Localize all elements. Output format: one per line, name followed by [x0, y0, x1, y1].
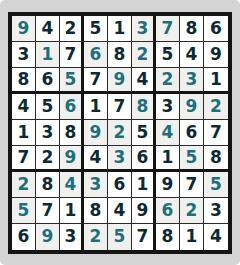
cell-r2c4[interactable]: 6	[84, 42, 108, 68]
cell-r9c7[interactable]: 8	[156, 224, 180, 250]
cell-r2c6[interactable]: 2	[132, 42, 156, 68]
cell-r6c6[interactable]: 6	[132, 146, 156, 172]
cell-r2c3[interactable]: 7	[60, 42, 84, 68]
cell-r3c8[interactable]: 3	[180, 68, 204, 94]
cell-r6c3[interactable]: 9	[60, 146, 84, 172]
cell-r4c3[interactable]: 6	[60, 94, 84, 120]
cell-r3c9[interactable]: 1	[204, 68, 228, 94]
cell-r5c5[interactable]: 2	[108, 120, 132, 146]
cell-r6c9[interactable]: 8	[204, 146, 228, 172]
cell-r9c8[interactable]: 1	[180, 224, 204, 250]
cell-r3c2[interactable]: 6	[36, 68, 60, 94]
cell-r5c8[interactable]: 6	[180, 120, 204, 146]
cell-r3c7[interactable]: 2	[156, 68, 180, 94]
cell-r7c2[interactable]: 8	[36, 172, 60, 198]
cell-r4c8[interactable]: 9	[180, 94, 204, 120]
cell-r8c3[interactable]: 1	[60, 198, 84, 224]
cell-r8c2[interactable]: 7	[36, 198, 60, 224]
cell-r7c5[interactable]: 6	[108, 172, 132, 198]
cell-r8c1[interactable]: 5	[12, 198, 36, 224]
cell-r3c1[interactable]: 8	[12, 68, 36, 94]
cell-r6c5[interactable]: 3	[108, 146, 132, 172]
board-panel: 9425137863176825498657942314561783921389…	[0, 0, 240, 265]
cell-r9c2[interactable]: 9	[36, 224, 60, 250]
sudoku-board: 9425137863176825498657942314561783921389…	[8, 12, 232, 254]
cell-r5c4[interactable]: 9	[84, 120, 108, 146]
cell-r1c5[interactable]: 1	[108, 16, 132, 42]
cell-r5c2[interactable]: 3	[36, 120, 60, 146]
cell-r4c2[interactable]: 5	[36, 94, 60, 120]
cell-r2c5[interactable]: 8	[108, 42, 132, 68]
cell-r8c5[interactable]: 4	[108, 198, 132, 224]
cell-r4c6[interactable]: 8	[132, 94, 156, 120]
cell-r5c7[interactable]: 4	[156, 120, 180, 146]
cell-r2c2[interactable]: 1	[36, 42, 60, 68]
cell-r5c9[interactable]: 7	[204, 120, 228, 146]
cell-r4c1[interactable]: 4	[12, 94, 36, 120]
cell-r7c7[interactable]: 9	[156, 172, 180, 198]
cell-r4c9[interactable]: 2	[204, 94, 228, 120]
cell-r7c1[interactable]: 2	[12, 172, 36, 198]
cell-r8c7[interactable]: 6	[156, 198, 180, 224]
cell-r3c5[interactable]: 9	[108, 68, 132, 94]
cell-r6c7[interactable]: 1	[156, 146, 180, 172]
cell-r1c6[interactable]: 3	[132, 16, 156, 42]
cell-r8c9[interactable]: 3	[204, 198, 228, 224]
cell-r6c2[interactable]: 2	[36, 146, 60, 172]
cell-r2c7[interactable]: 5	[156, 42, 180, 68]
cell-r3c4[interactable]: 7	[84, 68, 108, 94]
cell-r5c3[interactable]: 8	[60, 120, 84, 146]
cell-r9c6[interactable]: 7	[132, 224, 156, 250]
cell-r9c9[interactable]: 4	[204, 224, 228, 250]
cell-r3c6[interactable]: 4	[132, 68, 156, 94]
cell-r1c9[interactable]: 6	[204, 16, 228, 42]
cell-r7c6[interactable]: 1	[132, 172, 156, 198]
cell-r1c8[interactable]: 8	[180, 16, 204, 42]
cell-r1c2[interactable]: 4	[36, 16, 60, 42]
cell-r4c4[interactable]: 1	[84, 94, 108, 120]
cell-r6c1[interactable]: 7	[12, 146, 36, 172]
cell-r9c3[interactable]: 3	[60, 224, 84, 250]
cell-r9c4[interactable]: 2	[84, 224, 108, 250]
cell-r3c3[interactable]: 5	[60, 68, 84, 94]
cell-r1c7[interactable]: 7	[156, 16, 180, 42]
cell-r7c8[interactable]: 7	[180, 172, 204, 198]
cell-r1c4[interactable]: 5	[84, 16, 108, 42]
cell-r2c8[interactable]: 4	[180, 42, 204, 68]
cell-r6c8[interactable]: 5	[180, 146, 204, 172]
cell-r8c4[interactable]: 8	[84, 198, 108, 224]
cell-r2c1[interactable]: 3	[12, 42, 36, 68]
cell-r7c9[interactable]: 5	[204, 172, 228, 198]
cell-r9c1[interactable]: 6	[12, 224, 36, 250]
cell-r4c5[interactable]: 7	[108, 94, 132, 120]
cell-r7c4[interactable]: 3	[84, 172, 108, 198]
cell-r2c9[interactable]: 9	[204, 42, 228, 68]
cell-r5c6[interactable]: 5	[132, 120, 156, 146]
cell-r4c7[interactable]: 3	[156, 94, 180, 120]
cell-r8c6[interactable]: 9	[132, 198, 156, 224]
cell-r8c8[interactable]: 2	[180, 198, 204, 224]
cell-r1c3[interactable]: 2	[60, 16, 84, 42]
cell-r9c5[interactable]: 5	[108, 224, 132, 250]
cell-r7c3[interactable]: 4	[60, 172, 84, 198]
cell-r5c1[interactable]: 1	[12, 120, 36, 146]
cell-r6c4[interactable]: 4	[84, 146, 108, 172]
cell-r1c1[interactable]: 9	[12, 16, 36, 42]
